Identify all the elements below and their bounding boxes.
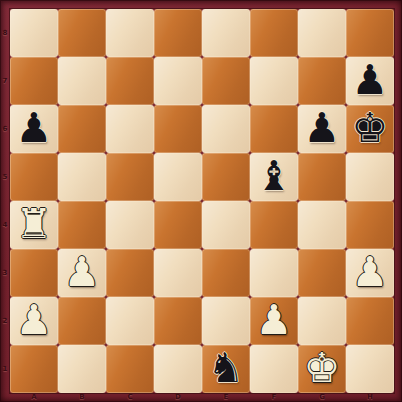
rank-label-6: 6 <box>0 105 10 153</box>
square-c8[interactable] <box>106 9 154 57</box>
piece-white-pawn-a2[interactable]: ♟ <box>16 296 53 344</box>
square-a5[interactable] <box>10 153 58 201</box>
square-f6[interactable] <box>250 105 298 153</box>
square-e7[interactable] <box>202 57 250 105</box>
file-label-a: A <box>10 393 58 402</box>
file-label-d: D <box>154 393 202 402</box>
board-frame: ♟♟♟♚♝♜♟♟♟♟♞♚ 87654321 ABCDEFGH <box>0 0 402 402</box>
piece-black-king-h6[interactable]: ♚ <box>352 104 389 152</box>
square-e3[interactable] <box>202 249 250 297</box>
square-d6[interactable] <box>154 105 202 153</box>
square-e8[interactable] <box>202 9 250 57</box>
square-d8[interactable] <box>154 9 202 57</box>
square-e5[interactable] <box>202 153 250 201</box>
piece-black-pawn-a6[interactable]: ♟ <box>16 104 53 152</box>
square-h4[interactable] <box>346 201 394 249</box>
square-g2[interactable] <box>298 297 346 345</box>
piece-white-pawn-b3[interactable]: ♟ <box>64 248 101 296</box>
square-a2[interactable]: ♟ <box>10 297 58 345</box>
square-h7[interactable]: ♟ <box>346 57 394 105</box>
square-f3[interactable] <box>250 249 298 297</box>
square-a1[interactable] <box>10 345 58 393</box>
square-f1[interactable] <box>250 345 298 393</box>
square-d1[interactable] <box>154 345 202 393</box>
file-label-c: C <box>106 393 154 402</box>
square-c1[interactable] <box>106 345 154 393</box>
file-label-h: H <box>346 393 394 402</box>
square-b2[interactable] <box>58 297 106 345</box>
square-h2[interactable] <box>346 297 394 345</box>
square-c2[interactable] <box>106 297 154 345</box>
file-label-e: E <box>202 393 250 402</box>
square-h3[interactable]: ♟ <box>346 249 394 297</box>
rank-label-4: 4 <box>0 201 10 249</box>
piece-white-king-g1[interactable]: ♚ <box>304 344 341 392</box>
rank-label-8: 8 <box>0 9 10 57</box>
square-c3[interactable] <box>106 249 154 297</box>
square-a6[interactable]: ♟ <box>10 105 58 153</box>
rank-label-7: 7 <box>0 57 10 105</box>
square-f2[interactable]: ♟ <box>250 297 298 345</box>
square-h8[interactable] <box>346 9 394 57</box>
square-b6[interactable] <box>58 105 106 153</box>
piece-black-bishop-f5[interactable]: ♝ <box>256 152 293 200</box>
square-g3[interactable] <box>298 249 346 297</box>
rank-label-1: 1 <box>0 345 10 393</box>
square-h1[interactable] <box>346 345 394 393</box>
rank-label-3: 3 <box>0 249 10 297</box>
square-b1[interactable] <box>58 345 106 393</box>
square-f7[interactable] <box>250 57 298 105</box>
rank-label-5: 5 <box>0 153 10 201</box>
square-a4[interactable]: ♜ <box>10 201 58 249</box>
square-g6[interactable]: ♟ <box>298 105 346 153</box>
square-g5[interactable] <box>298 153 346 201</box>
square-c4[interactable] <box>106 201 154 249</box>
square-a3[interactable] <box>10 249 58 297</box>
square-b8[interactable] <box>58 9 106 57</box>
square-c5[interactable] <box>106 153 154 201</box>
square-d5[interactable] <box>154 153 202 201</box>
square-f4[interactable] <box>250 201 298 249</box>
square-g7[interactable] <box>298 57 346 105</box>
square-b5[interactable] <box>58 153 106 201</box>
piece-white-rook-a4[interactable]: ♜ <box>16 200 53 248</box>
square-g4[interactable] <box>298 201 346 249</box>
square-e1[interactable]: ♞ <box>202 345 250 393</box>
square-c7[interactable] <box>106 57 154 105</box>
piece-black-pawn-h7[interactable]: ♟ <box>352 56 389 104</box>
piece-white-pawn-f2[interactable]: ♟ <box>256 296 293 344</box>
square-h5[interactable] <box>346 153 394 201</box>
piece-black-pawn-g6[interactable]: ♟ <box>304 104 341 152</box>
rank-label-2: 2 <box>0 297 10 345</box>
square-a7[interactable] <box>10 57 58 105</box>
square-b3[interactable]: ♟ <box>58 249 106 297</box>
file-label-f: F <box>250 393 298 402</box>
square-g8[interactable] <box>298 9 346 57</box>
square-d7[interactable] <box>154 57 202 105</box>
piece-white-pawn-h3[interactable]: ♟ <box>352 248 389 296</box>
square-f8[interactable] <box>250 9 298 57</box>
square-a8[interactable] <box>10 9 58 57</box>
square-e2[interactable] <box>202 297 250 345</box>
square-d3[interactable] <box>154 249 202 297</box>
square-h6[interactable]: ♚ <box>346 105 394 153</box>
square-f5[interactable]: ♝ <box>250 153 298 201</box>
chess-board: ♟♟♟♚♝♜♟♟♟♟♞♚ <box>10 9 394 393</box>
square-e4[interactable] <box>202 201 250 249</box>
square-e6[interactable] <box>202 105 250 153</box>
piece-black-knight-e1[interactable]: ♞ <box>208 344 245 392</box>
square-g1[interactable]: ♚ <box>298 345 346 393</box>
square-d4[interactable] <box>154 201 202 249</box>
square-b4[interactable] <box>58 201 106 249</box>
square-d2[interactable] <box>154 297 202 345</box>
file-label-g: G <box>298 393 346 402</box>
square-b7[interactable] <box>58 57 106 105</box>
square-c6[interactable] <box>106 105 154 153</box>
file-label-b: B <box>58 393 106 402</box>
